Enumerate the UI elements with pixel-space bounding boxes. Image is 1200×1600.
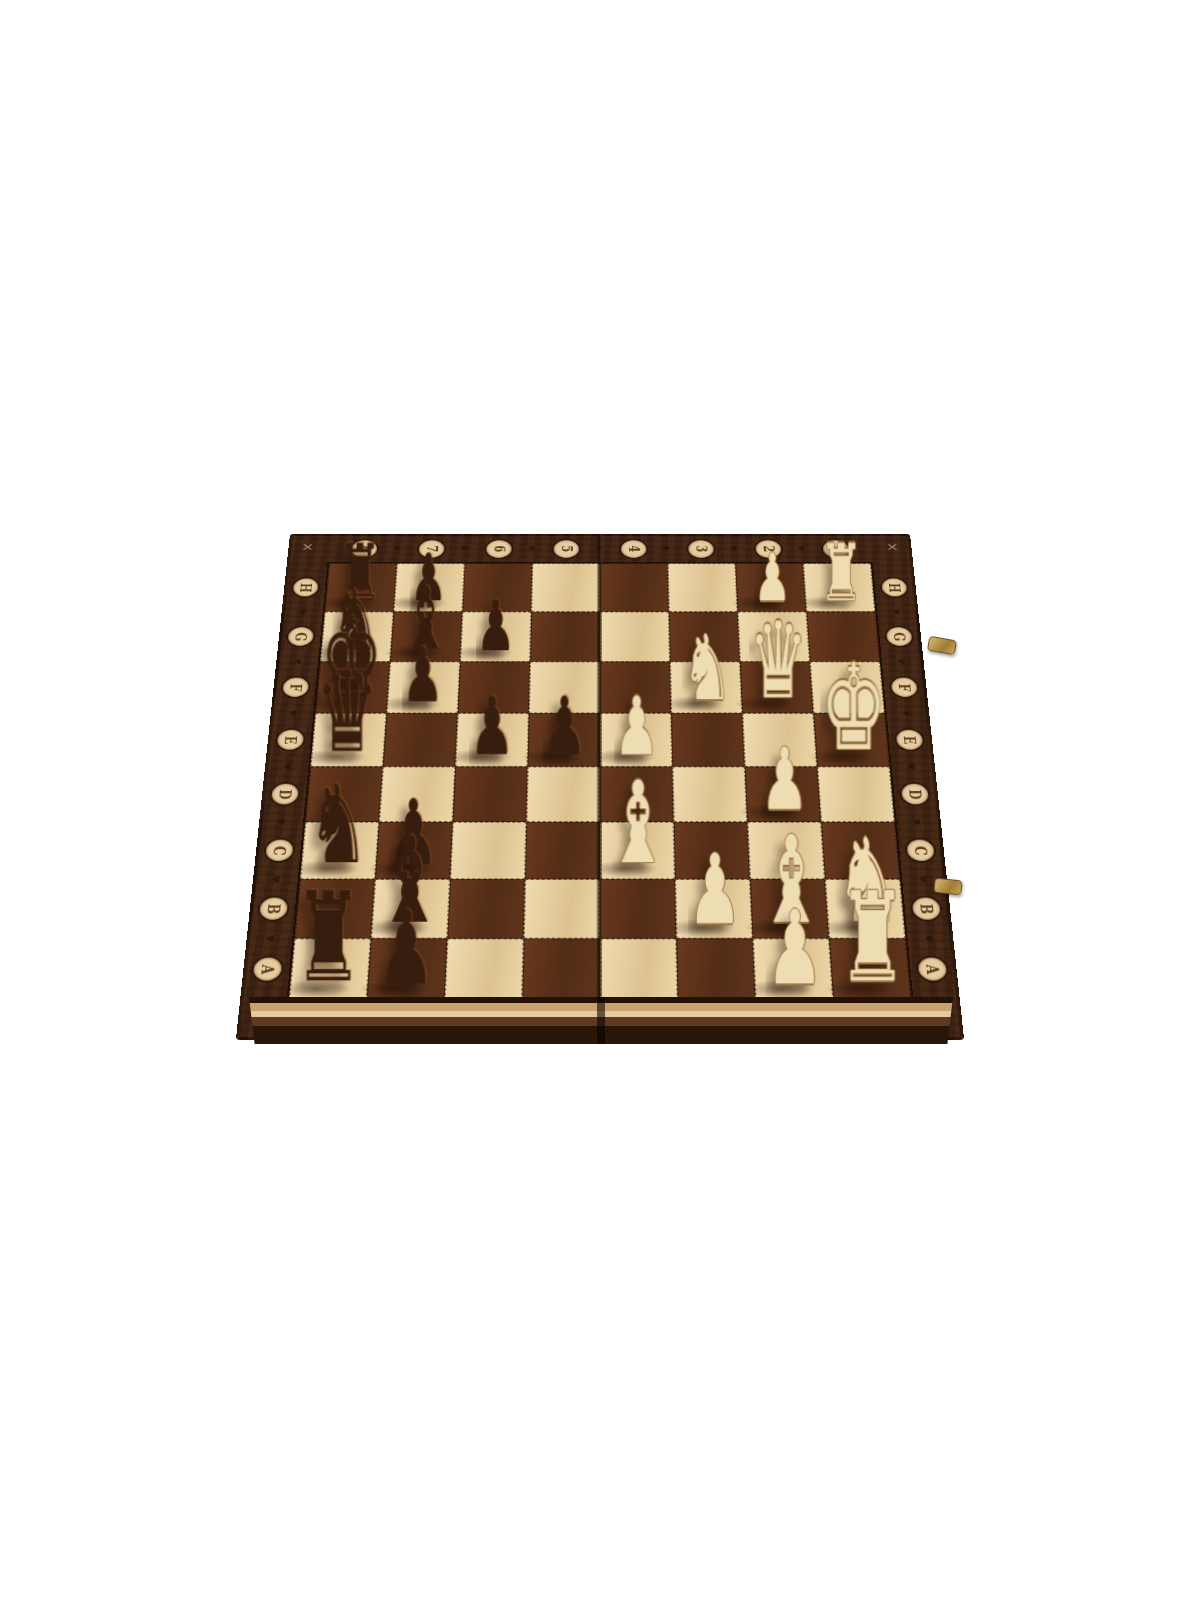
piece-black-knight-c8: ♞ [307,773,368,877]
heart-ornament-icon: ♥ [270,876,282,883]
product-photo-chess-set: 8♥7♥6♥5♥4♥3♥2♥1 8♥7♥6♥5♥4♥3♥2♥1 H♥G♥F♥E♥… [0,0,1200,1600]
square-e5: ♟ [528,713,600,766]
heart-ornament-icon: ♥ [662,545,670,552]
square-d6 [453,767,528,822]
heart-ornament-icon: ♥ [292,659,303,665]
square-d5 [526,767,600,822]
coordinate-badge: D [899,782,932,806]
square-d3 [672,767,747,822]
heart-ornament-icon: ♥ [460,545,468,552]
heart-ornament-icon: ♥ [905,763,916,770]
square-b4 [600,879,676,938]
square-b6 [447,879,525,938]
label-slot-h: H [289,563,322,611]
square-b3: ♟ [675,879,753,938]
heart-ornament-icon: ♥ [900,710,911,716]
corner-ornament-icon: ✕ [291,537,323,558]
coordinate-badge: E [274,728,306,751]
piece-black-pawn-a7: ♟ [377,900,435,998]
coordinate-badge: E [893,728,925,751]
coordinate-badge: C [904,838,938,863]
label-slot-f: ♥F [887,662,922,714]
coordinate-badge: G [285,626,316,648]
board-fold-seam [596,534,602,1040]
coordinate-badge: H [290,577,321,598]
heart-ornament-icon: ♥ [263,935,275,942]
piece-black-pawn-f7: ♟ [401,640,443,712]
label-slot-g: ♥G [284,612,318,662]
label-slot-6: ♥6 [465,539,533,559]
square-a7: ♟ [367,939,448,1001]
heart-ornament-icon: ♥ [281,763,292,770]
heart-ornament-icon: ♥ [297,609,308,615]
coordinate-badge: 5 [552,539,581,559]
piece-black-pawn-e6: ♟ [469,688,514,765]
square-f2: ♛ [740,662,814,714]
label-slot-h: H [878,563,911,611]
square-h1: ♜ [803,563,875,611]
coordinate-badge: D [269,782,302,806]
piece-white-knight-f3: ♞ [681,626,732,712]
piece-black-queen-e8: ♛ [315,658,378,765]
label-slot-5: ♥5 [532,539,600,559]
heart-ornament-icon: ♥ [393,545,402,552]
coordinate-badge: B [909,896,943,922]
label-slot-3: ♥3 [667,539,735,559]
square-h4 [600,563,669,611]
square-e8: ♛ [310,713,386,766]
label-slot-4: ♥4 [600,539,668,559]
board-front-edge [249,997,953,1044]
piece-black-pawn-g6: ♟ [475,593,515,660]
piece-white-pawn-a2: ♟ [766,900,824,998]
label-slot-c: ♥C [261,822,298,879]
board-perspective-scene: 8♥7♥6♥5♥4♥3♥2♥1 8♥7♥6♥5♥4♥3♥2♥1 H♥G♥F♥E♥… [0,534,1200,1294]
square-a2: ♟ [753,939,834,1001]
front-edge-fold-gap [597,997,605,1044]
coordinate-badge: 3 [686,539,716,559]
heart-ornament-icon: ♥ [286,710,297,716]
square-b5 [524,879,600,938]
square-e3 [671,713,745,766]
label-slot-g: ♥G [882,612,916,662]
square-e6: ♟ [455,713,529,766]
piece-white-rook-a1: ♜ [838,881,907,998]
heart-ornament-icon: ♥ [275,819,287,826]
label-slot-d: ♥D [897,767,933,822]
label-slot-a: ♥A [913,939,951,1001]
label-slot-e: ♥E [892,713,927,766]
square-a8: ♜ [289,939,371,1001]
heart-ornament-icon: ♥ [916,876,928,883]
coordinate-badge: G [884,626,915,648]
piece-black-rook-a8: ♜ [293,881,362,998]
piece-white-bishop-c4: ♝ [606,770,669,877]
square-a4 [600,939,678,1001]
square-e7 [383,713,458,766]
brass-clasp-icon [933,878,962,896]
heart-ornament-icon: ♥ [895,659,906,665]
coordinate-badge: A [250,956,285,983]
chess-board: 8♥7♥6♥5♥4♥3♥2♥1 8♥7♥6♥5♥4♥3♥2♥1 H♥G♥F♥E♥… [236,534,964,1040]
coordinate-badge: A [915,956,950,983]
coordinate-badge: F [280,676,312,698]
square-c5 [525,822,600,879]
coordinate-badge: H [879,577,910,598]
square-g5 [530,612,600,662]
coordinate-badge: F [888,676,920,698]
square-g6: ♟ [460,612,531,662]
coordinate-badge: B [256,896,290,922]
square-e1: ♚ [813,713,889,766]
piece-white-pawn-e4: ♟ [614,688,659,765]
label-slot-f: ♥F [278,662,313,714]
square-g4 [600,612,670,662]
piece-black-pawn-e5: ♟ [541,688,586,765]
square-a1: ♜ [829,939,911,1001]
piece-white-rook-h1: ♜ [819,535,863,610]
label-slot-b: ♥B [255,879,293,938]
coordinate-badge: 4 [619,539,648,559]
square-a6 [444,939,523,1001]
coordinate-badge: C [263,838,297,863]
heart-ornament-icon: ♥ [528,545,536,552]
heart-ornament-icon: ♥ [922,935,934,942]
coordinate-badge: 6 [484,539,514,559]
label-slot-c: ♥C [902,822,939,879]
piece-white-queen-f2: ♛ [748,611,807,711]
heart-ornament-icon: ♥ [729,545,737,552]
label-slot-a: ♥A [248,939,286,1001]
label-slot-e: ♥E [273,713,308,766]
label-slot-d: ♥D [267,767,303,822]
heart-ornament-icon: ♥ [797,545,806,552]
square-h5 [531,563,600,611]
square-c6 [450,822,526,879]
square-f3: ♞ [670,662,742,714]
square-a3 [676,939,755,1001]
square-h3 [668,563,738,611]
square-c4: ♝ [600,822,675,879]
square-f7: ♟ [387,662,461,714]
heart-ornament-icon: ♥ [890,609,901,615]
corner-ornament-icon: ✕ [876,537,908,558]
piece-white-king-e1: ♚ [820,652,887,765]
heart-ornament-icon: ♥ [911,819,923,826]
piece-white-pawn-b3: ♟ [687,845,741,937]
piece-white-pawn-d2: ♟ [760,739,808,820]
square-a5 [522,939,600,1001]
